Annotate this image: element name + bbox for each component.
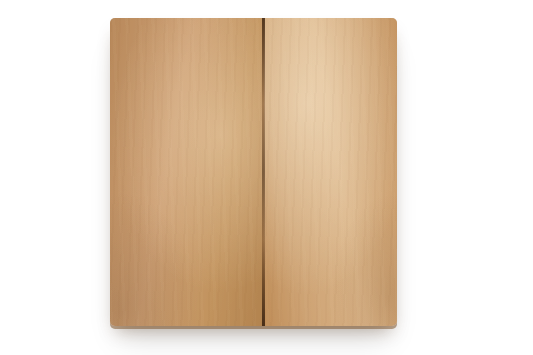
photo-scene: START START START START	[0, 0, 533, 355]
fold-seam	[262, 18, 265, 326]
board-panel-left	[110, 18, 264, 326]
board-panel-right	[264, 18, 397, 326]
ludo-board: START START START START	[110, 18, 397, 326]
